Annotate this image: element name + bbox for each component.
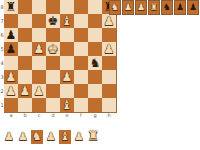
square-h6[interactable] <box>102 28 116 42</box>
square-d1[interactable] <box>46 98 60 112</box>
chess-piece-wB-e1: ♝ <box>62 98 73 112</box>
chess-piece-wB: ♝ <box>60 130 70 144</box>
bottom-palette-item-wR-6[interactable]: ♜ <box>87 126 99 144</box>
square-e8[interactable] <box>60 0 74 14</box>
square-a7[interactable] <box>4 14 18 28</box>
square-h2[interactable] <box>102 84 116 98</box>
square-e1[interactable]: ♝ <box>60 98 74 112</box>
square-c3[interactable] <box>32 70 46 84</box>
square-d6[interactable] <box>46 28 60 42</box>
square-c2[interactable]: ♟ <box>32 84 46 98</box>
square-a3[interactable]: ♟ <box>4 70 18 84</box>
bottom-palette-item-wB-4[interactable]: ♝ <box>59 130 71 144</box>
chess-piece-wP: ♟ <box>74 130 84 144</box>
square-e5[interactable] <box>60 42 74 56</box>
chess-piece-bR-a8: ♜ <box>6 0 17 14</box>
square-c4[interactable] <box>32 56 46 70</box>
square-f5[interactable] <box>74 42 88 56</box>
chess-piece-wP: ♟ <box>4 130 14 144</box>
square-c8[interactable] <box>32 0 46 14</box>
square-h4[interactable] <box>102 56 116 70</box>
square-e4[interactable] <box>60 56 74 70</box>
bottom-palette-item-wP-3[interactable]: ♟ <box>45 126 57 144</box>
chess-board: ♜♜♚♝♟♟♟♟♚♟♞♟♟♟♟♟♝ <box>4 0 117 113</box>
chess-piece-wR: ♜ <box>150 1 158 14</box>
chess-piece-wP: ♟ <box>46 130 56 144</box>
square-f1[interactable] <box>74 98 88 112</box>
square-a5[interactable]: ♟ <box>4 42 18 56</box>
file-label-d: d <box>46 112 60 119</box>
square-b4[interactable] <box>18 56 32 70</box>
file-label-a: a <box>4 112 18 119</box>
square-g8[interactable] <box>88 0 102 14</box>
square-g3[interactable] <box>88 70 102 84</box>
square-f7[interactable] <box>74 14 88 28</box>
chess-piece-wP: ♟ <box>137 1 145 14</box>
palette-tile-bP-5[interactable]: ♟ <box>174 0 186 15</box>
chess-piece-bP-a6: ♟ <box>6 28 17 42</box>
chess-piece-wP: ♟ <box>124 1 132 14</box>
chess-piece-bP: ♟ <box>176 1 184 14</box>
chess-piece-wR: ♜ <box>87 128 99 144</box>
square-e7[interactable]: ♝ <box>60 14 74 28</box>
file-label-g: g <box>88 112 102 119</box>
chess-piece-wP-e3: ♟ <box>62 70 73 84</box>
square-a1[interactable] <box>4 98 18 112</box>
palette-tile-wR-3[interactable]: ♜ <box>148 0 160 15</box>
palette-tile-bN-4[interactable]: ♞ <box>161 0 173 15</box>
square-g7[interactable] <box>88 14 102 28</box>
square-a2[interactable]: ♟ <box>4 84 18 98</box>
palette-tile-bP-6[interactable]: ♟ <box>187 0 199 15</box>
square-g4[interactable]: ♞ <box>88 56 102 70</box>
chess-position-editor: 87654321 ♜♜♚♝♟♟♟♟♚♟♞♟♟♟♟♟♝ abcdefgh ♞♟♟♜… <box>0 0 200 150</box>
square-c5[interactable]: ♟ <box>32 42 46 56</box>
square-d4[interactable] <box>46 56 60 70</box>
chess-piece-bP-a5: ♟ <box>6 42 17 56</box>
square-c7[interactable] <box>32 14 46 28</box>
bottom-palette-item-wP-1[interactable]: ♟ <box>17 126 29 144</box>
square-g5[interactable] <box>88 42 102 56</box>
square-g1[interactable] <box>88 98 102 112</box>
chess-piece-bN-g4: ♞ <box>90 56 101 70</box>
square-e6[interactable] <box>60 28 74 42</box>
square-d2[interactable] <box>46 84 60 98</box>
square-a4[interactable] <box>4 56 18 70</box>
chess-piece-wB-e7: ♝ <box>62 14 73 28</box>
square-f2[interactable] <box>74 84 88 98</box>
square-h7[interactable]: ♟ <box>102 14 116 28</box>
palette-tile-wP-1[interactable]: ♟ <box>122 0 134 15</box>
square-h5[interactable]: ♟ <box>102 42 116 56</box>
palette-tile-wP-2[interactable]: ♟ <box>135 0 147 15</box>
file-label-e: e <box>60 112 74 119</box>
chess-piece-wP-c2: ♟ <box>34 84 45 98</box>
bottom-palette-item-wP-0[interactable]: ♟ <box>3 126 15 144</box>
chess-piece-wP-h5: ♟ <box>104 42 115 56</box>
chess-piece-wP-a3: ♟ <box>6 70 17 84</box>
bottom-piece-palette: ♟♟♞♟♝♟♜ <box>3 126 99 144</box>
square-f4[interactable] <box>74 56 88 70</box>
chess-piece-wP-c5: ♟ <box>34 42 45 56</box>
square-g6[interactable] <box>88 28 102 42</box>
chess-piece-bK-d7: ♚ <box>48 14 59 28</box>
square-f8[interactable] <box>74 0 88 14</box>
square-f3[interactable] <box>74 70 88 84</box>
file-labels: abcdefgh <box>4 112 116 119</box>
square-b7[interactable] <box>18 14 32 28</box>
file-label-f: f <box>74 112 88 119</box>
chess-piece-bP: ♟ <box>189 1 197 14</box>
square-b2[interactable]: ♟ <box>18 84 32 98</box>
square-d8[interactable] <box>46 0 60 14</box>
file-label-h: h <box>102 112 116 119</box>
chess-piece-wP-a2: ♟ <box>6 84 17 98</box>
bottom-palette-item-wP-5[interactable]: ♟ <box>73 126 85 144</box>
top-piece-palette: ♞♟♟♜♞♟♟♜ <box>109 0 200 15</box>
square-a6[interactable]: ♟ <box>4 28 18 42</box>
square-a8[interactable]: ♜ <box>4 0 18 14</box>
square-c6[interactable] <box>32 28 46 42</box>
square-c1[interactable] <box>32 98 46 112</box>
square-e3[interactable]: ♟ <box>60 70 74 84</box>
square-h1[interactable] <box>102 98 116 112</box>
square-d3[interactable] <box>46 70 60 84</box>
chess-piece-wP-b2: ♟ <box>20 84 31 98</box>
chess-piece-wP: ♟ <box>18 130 28 144</box>
bottom-palette-item-wN-2[interactable]: ♞ <box>31 130 43 144</box>
chess-piece-wK-d5: ♚ <box>48 42 59 56</box>
square-h3[interactable] <box>102 70 116 84</box>
square-b1[interactable] <box>18 98 32 112</box>
square-d7[interactable]: ♚ <box>46 14 60 28</box>
square-f6[interactable] <box>74 28 88 42</box>
chess-piece-wN: ♞ <box>32 130 42 144</box>
chess-piece-wN: ♞ <box>111 1 119 14</box>
file-label-b: b <box>18 112 32 119</box>
palette-tile-wN-0[interactable]: ♞ <box>109 0 121 15</box>
square-g2[interactable] <box>88 84 102 98</box>
square-b5[interactable] <box>18 42 32 56</box>
square-b6[interactable] <box>18 28 32 42</box>
square-d5[interactable]: ♚ <box>46 42 60 56</box>
square-e2[interactable] <box>60 84 74 98</box>
square-b3[interactable] <box>18 70 32 84</box>
file-label-c: c <box>32 112 46 119</box>
square-b8[interactable] <box>18 0 32 14</box>
chess-piece-bN: ♞ <box>163 1 171 14</box>
chess-piece-wP-h7: ♟ <box>104 14 115 28</box>
